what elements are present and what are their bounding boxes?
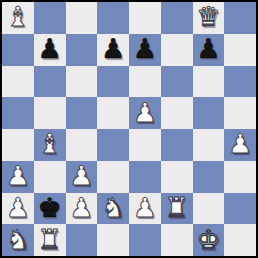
square-b5[interactable] (34, 97, 66, 129)
square-a6[interactable] (2, 66, 34, 98)
square-b3[interactable] (34, 161, 66, 193)
square-h5[interactable] (224, 97, 256, 129)
square-c2[interactable]: ♟ (66, 193, 98, 225)
square-e7[interactable]: ♟ (129, 34, 161, 66)
square-b7[interactable]: ♟ (34, 34, 66, 66)
piece-white-pawn-c3[interactable]: ♟ (69, 162, 93, 189)
square-d3[interactable] (97, 161, 129, 193)
chess-board-frame: ♝♛♟♟♟♟♟♝♟♟♟♟♚♟♞♟♜♞♜♚ (0, 0, 258, 258)
square-a2[interactable]: ♟ (2, 193, 34, 225)
square-g1[interactable]: ♚ (193, 224, 225, 256)
piece-white-bishop-a8[interactable]: ♝ (6, 3, 30, 30)
square-e6[interactable] (129, 66, 161, 98)
square-a8[interactable]: ♝ (2, 2, 34, 34)
square-h6[interactable] (224, 66, 256, 98)
piece-black-pawn-b7[interactable]: ♟ (38, 35, 62, 62)
square-b2[interactable]: ♚ (34, 193, 66, 225)
square-g3[interactable] (193, 161, 225, 193)
square-c5[interactable] (66, 97, 98, 129)
square-g8[interactable]: ♛ (193, 2, 225, 34)
square-e5[interactable]: ♟ (129, 97, 161, 129)
square-c8[interactable] (66, 2, 98, 34)
piece-white-pawn-h4[interactable]: ♟ (228, 130, 252, 157)
piece-black-king-b2[interactable]: ♚ (38, 194, 62, 221)
piece-white-king-g1[interactable]: ♚ (196, 226, 220, 253)
square-c6[interactable] (66, 66, 98, 98)
square-d6[interactable] (97, 66, 129, 98)
square-h8[interactable] (224, 2, 256, 34)
piece-white-rook-f2[interactable]: ♜ (165, 194, 189, 221)
square-b6[interactable] (34, 66, 66, 98)
square-a3[interactable]: ♟ (2, 161, 34, 193)
square-d2[interactable]: ♞ (97, 193, 129, 225)
square-b8[interactable] (34, 2, 66, 34)
square-g2[interactable] (193, 193, 225, 225)
square-d8[interactable] (97, 2, 129, 34)
piece-black-pawn-g7[interactable]: ♟ (196, 35, 220, 62)
square-h1[interactable] (224, 224, 256, 256)
piece-white-knight-a1[interactable]: ♞ (6, 226, 30, 253)
piece-white-pawn-a3[interactable]: ♟ (6, 162, 30, 189)
piece-white-bishop-b4[interactable]: ♝ (38, 130, 62, 157)
square-d7[interactable]: ♟ (97, 34, 129, 66)
square-g6[interactable] (193, 66, 225, 98)
square-f7[interactable] (161, 34, 193, 66)
square-f2[interactable]: ♜ (161, 193, 193, 225)
square-e3[interactable] (129, 161, 161, 193)
square-a7[interactable] (2, 34, 34, 66)
square-d4[interactable] (97, 129, 129, 161)
piece-white-knight-d2[interactable]: ♞ (101, 194, 125, 221)
square-c1[interactable] (66, 224, 98, 256)
square-g7[interactable]: ♟ (193, 34, 225, 66)
square-e1[interactable] (129, 224, 161, 256)
square-b1[interactable]: ♜ (34, 224, 66, 256)
square-h2[interactable] (224, 193, 256, 225)
square-f5[interactable] (161, 97, 193, 129)
square-f3[interactable] (161, 161, 193, 193)
piece-black-pawn-d7[interactable]: ♟ (101, 35, 125, 62)
piece-white-pawn-c2[interactable]: ♟ (69, 194, 93, 221)
piece-white-pawn-e5[interactable]: ♟ (133, 99, 157, 126)
square-f1[interactable] (161, 224, 193, 256)
square-b4[interactable]: ♝ (34, 129, 66, 161)
square-e8[interactable] (129, 2, 161, 34)
square-d5[interactable] (97, 97, 129, 129)
square-h3[interactable] (224, 161, 256, 193)
square-g4[interactable] (193, 129, 225, 161)
square-g5[interactable] (193, 97, 225, 129)
square-e4[interactable] (129, 129, 161, 161)
piece-white-queen-g8[interactable]: ♛ (196, 3, 220, 30)
square-h4[interactable]: ♟ (224, 129, 256, 161)
square-c4[interactable] (66, 129, 98, 161)
square-e2[interactable]: ♟ (129, 193, 161, 225)
square-c7[interactable] (66, 34, 98, 66)
square-a5[interactable] (2, 97, 34, 129)
piece-white-pawn-a2[interactable]: ♟ (6, 194, 30, 221)
piece-black-pawn-e7[interactable]: ♟ (133, 35, 157, 62)
square-f8[interactable] (161, 2, 193, 34)
square-d1[interactable] (97, 224, 129, 256)
square-a1[interactable]: ♞ (2, 224, 34, 256)
piece-white-rook-b1[interactable]: ♜ (38, 226, 62, 253)
square-a4[interactable] (2, 129, 34, 161)
chess-board: ♝♛♟♟♟♟♟♝♟♟♟♟♚♟♞♟♜♞♜♚ (2, 2, 256, 256)
piece-white-pawn-e2[interactable]: ♟ (133, 194, 157, 221)
square-c3[interactable]: ♟ (66, 161, 98, 193)
square-f4[interactable] (161, 129, 193, 161)
square-f6[interactable] (161, 66, 193, 98)
square-h7[interactable] (224, 34, 256, 66)
